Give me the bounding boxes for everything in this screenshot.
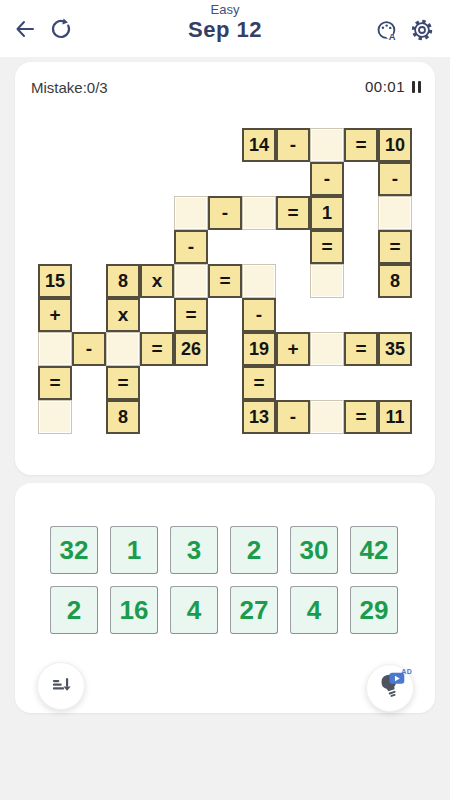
tile-tray-card: 321323042216427429 AD <box>15 483 435 713</box>
grid-cell-op: - <box>242 298 276 332</box>
number-tile-tray: 321323042216427429 <box>50 526 398 634</box>
grid-cell-op: x <box>140 264 174 298</box>
top-bar: Easy Sep 12 A <box>0 0 450 57</box>
ad-badge: AD <box>401 668 412 675</box>
hint-button[interactable]: AD <box>366 664 414 712</box>
number-tile[interactable]: 27 <box>230 586 278 634</box>
grid-cell-given: 14 <box>242 128 276 162</box>
grid-cell-empty[interactable] <box>38 332 72 366</box>
grid-cell-given: 35 <box>378 332 412 366</box>
grid-cell-given: 15 <box>38 264 72 298</box>
gear-icon <box>410 18 434 42</box>
sort-tiles-button[interactable] <box>37 662 85 710</box>
grid-cell-op: = <box>310 230 344 264</box>
grid-cell-empty[interactable] <box>310 264 344 298</box>
number-tile[interactable]: 16 <box>110 586 158 634</box>
theme-button[interactable]: A <box>374 17 400 43</box>
number-tile[interactable]: 32 <box>50 526 98 574</box>
grid-cell-op: = <box>208 264 242 298</box>
lightbulb-icon <box>375 670 405 706</box>
number-tile[interactable]: 3 <box>170 526 218 574</box>
grid-cell-given: 8 <box>106 400 140 434</box>
puzzle-board: 14-=10---=1-==158x=8+x=--=2619+=35===813… <box>38 128 412 434</box>
timer-value: 00:01 <box>365 78 405 95</box>
grid-cell-op: = <box>174 298 208 332</box>
grid-cell-given: 1 <box>310 196 344 230</box>
pause-icon <box>412 81 421 93</box>
grid-cell-given: 10 <box>378 128 412 162</box>
grid-cell-empty[interactable] <box>242 196 276 230</box>
number-tile[interactable]: 30 <box>290 526 338 574</box>
difficulty-label: Easy <box>0 2 450 17</box>
grid-cell-empty[interactable] <box>378 196 412 230</box>
grid-cell-empty[interactable] <box>174 196 208 230</box>
number-tile[interactable]: 4 <box>290 586 338 634</box>
number-tile[interactable]: 42 <box>350 526 398 574</box>
grid-cell-op: = <box>106 366 140 400</box>
grid-cell-op: = <box>38 366 72 400</box>
grid-cell-given: 11 <box>378 400 412 434</box>
grid-cell-op: - <box>174 230 208 264</box>
grid-cell-op: = <box>276 196 310 230</box>
number-tile[interactable]: 4 <box>170 586 218 634</box>
grid-cell-empty[interactable] <box>310 332 344 366</box>
svg-text:A: A <box>388 31 395 41</box>
number-tile[interactable]: 2 <box>50 586 98 634</box>
number-tile[interactable]: 2 <box>230 526 278 574</box>
grid-cell-op: = <box>242 366 276 400</box>
grid-cell-empty[interactable] <box>174 264 208 298</box>
grid-cell-op: = <box>344 128 378 162</box>
grid-cell-op: = <box>140 332 174 366</box>
grid-cell-op: + <box>38 298 72 332</box>
grid-cell-empty[interactable] <box>310 128 344 162</box>
number-tile[interactable]: 29 <box>350 586 398 634</box>
grid-cell-op: x <box>106 298 140 332</box>
grid-cell-empty[interactable] <box>310 400 344 434</box>
grid-cell-op: = <box>378 230 412 264</box>
grid-cell-empty[interactable] <box>38 400 72 434</box>
grid-cell-given: 19 <box>242 332 276 366</box>
sort-icon <box>48 671 74 701</box>
grid-cell-op: - <box>378 162 412 196</box>
grid-cell-op: - <box>276 400 310 434</box>
grid-cell-op: - <box>310 162 344 196</box>
pause-button[interactable]: 00:01 <box>365 78 421 95</box>
grid-cell-op: - <box>208 196 242 230</box>
grid-cell-op: = <box>344 332 378 366</box>
grid-cell-empty[interactable] <box>242 264 276 298</box>
grid-cell-given: 13 <box>242 400 276 434</box>
grid-cell-empty[interactable] <box>106 332 140 366</box>
grid-cell-op: - <box>276 128 310 162</box>
number-tile[interactable]: 1 <box>110 526 158 574</box>
grid-cell-given: 8 <box>106 264 140 298</box>
palette-icon: A <box>375 18 400 43</box>
mistake-counter: Mistake:0/3 <box>31 79 108 96</box>
grid-cell-op: = <box>344 400 378 434</box>
grid-cell-given: 26 <box>174 332 208 366</box>
grid-cell-op: - <box>72 332 106 366</box>
settings-button[interactable] <box>409 17 435 43</box>
puzzle-card: Mistake:0/3 00:01 14-=10---=1-==158x=8+x… <box>15 62 435 475</box>
grid-cell-given: 8 <box>378 264 412 298</box>
grid-cell-op: + <box>276 332 310 366</box>
